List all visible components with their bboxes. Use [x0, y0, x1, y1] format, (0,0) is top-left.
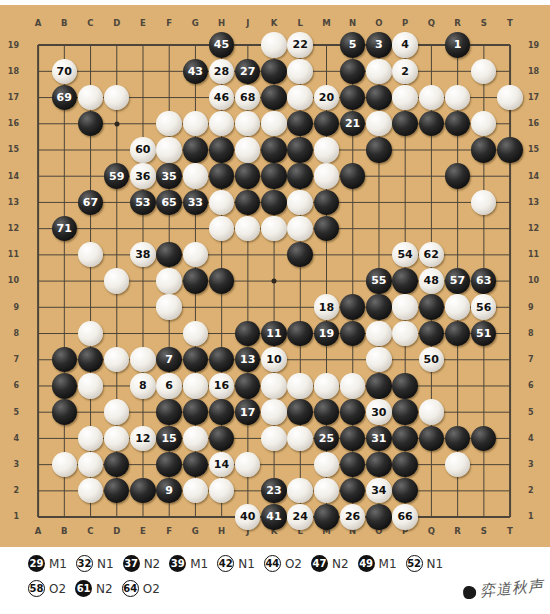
caption-coord: O2 — [143, 582, 160, 596]
caption-coord: N2 — [332, 557, 349, 571]
row-label-11: 11 — [527, 242, 549, 268]
stone-black-R19: 1 — [445, 32, 470, 57]
stone-white-T17 — [497, 85, 522, 110]
col-label-K: K — [261, 16, 287, 30]
caption-move-32: 32N1 — [76, 555, 114, 572]
caption-stone-white-64: 64 — [122, 580, 139, 597]
stone-black-G10 — [183, 268, 208, 293]
col-label-J: J — [235, 16, 261, 30]
move-number-67: 67 — [83, 197, 98, 208]
caption-coord: N2 — [144, 557, 161, 571]
col-label-C: C — [77, 16, 103, 30]
stone-black-D14: 59 — [104, 163, 129, 188]
row-label-17: 17 — [0, 84, 22, 110]
stone-white-K4 — [261, 426, 286, 451]
col-label-B: B — [51, 16, 77, 30]
move-number-63: 63 — [476, 275, 491, 286]
move-number-70: 70 — [57, 66, 72, 77]
stone-white-E4: 12 — [130, 426, 155, 451]
col-label-H: H — [208, 16, 234, 30]
row-label-13: 13 — [0, 189, 22, 215]
row-label-13: 13 — [527, 189, 549, 215]
move-number-43: 43 — [188, 66, 203, 77]
caption-coord: M1 — [190, 557, 208, 571]
col-label-M: M — [313, 16, 339, 30]
col-label-H: H — [208, 524, 234, 538]
col-label-E: E — [130, 524, 156, 538]
row-label-14: 14 — [527, 163, 549, 189]
stone-black-F7: 7 — [156, 347, 181, 372]
move-number-1: 1 — [454, 39, 462, 50]
row-label-12: 12 — [0, 215, 22, 241]
stone-black-O17 — [366, 85, 391, 110]
stone-black-O9 — [366, 294, 391, 319]
row-label-15: 15 — [527, 137, 549, 163]
stone-black-H15 — [209, 137, 234, 162]
stone-black-G5 — [183, 399, 208, 424]
stone-white-L6 — [287, 373, 312, 398]
move-number-17: 17 — [240, 407, 255, 418]
caption-move-42: 42N1 — [217, 555, 255, 572]
caption-move-64: 64O2 — [122, 580, 160, 597]
col-label-P: P — [392, 16, 418, 30]
stone-black-O15 — [366, 137, 391, 162]
row-label-16: 16 — [0, 111, 22, 137]
stone-black-G13: 33 — [183, 190, 208, 215]
stone-white-F10 — [156, 268, 181, 293]
move-number-48: 48 — [424, 275, 439, 286]
go-diagram-page: { "game": "go", "board": { "size": 19, "… — [0, 0, 550, 614]
move-number-71: 71 — [57, 223, 72, 234]
row-label-7: 7 — [0, 347, 22, 373]
move-number-59: 59 — [109, 171, 124, 182]
move-number-10: 10 — [266, 354, 281, 365]
stone-black-S15 — [471, 137, 496, 162]
stone-white-G6 — [183, 373, 208, 398]
stone-white-C6 — [78, 373, 103, 398]
stone-black-F3 — [156, 452, 181, 477]
stone-black-P4 — [392, 426, 417, 451]
caption-move-58: 58O2 — [28, 580, 66, 597]
caption-coord: M1 — [379, 557, 397, 571]
caption-coord: N2 — [96, 582, 113, 596]
row-label-19: 19 — [0, 32, 22, 58]
col-label-Q: Q — [418, 524, 444, 538]
stone-black-N18 — [340, 59, 365, 84]
caption-stone-white-42: 42 — [217, 555, 234, 572]
watermark-seal-icon — [463, 585, 477, 599]
stone-white-F6: 6 — [156, 373, 181, 398]
stone-white-M3 — [314, 452, 339, 477]
stone-black-R4 — [445, 426, 470, 451]
stone-white-B18: 70 — [52, 59, 77, 84]
stone-black-L8 — [287, 321, 312, 346]
move-number-14: 14 — [214, 459, 229, 470]
move-number-6: 6 — [165, 380, 173, 391]
row-label-1: 1 — [0, 504, 22, 530]
row-label-12: 12 — [527, 215, 549, 241]
stone-white-N1: 26 — [340, 504, 365, 529]
caption-stone-white-44: 44 — [264, 555, 281, 572]
row-label-10: 10 — [527, 268, 549, 294]
stone-black-B5 — [52, 399, 77, 424]
stone-black-M8: 19 — [314, 321, 339, 346]
caption-coord: N1 — [427, 557, 444, 571]
caption-move-61: 61N2 — [75, 580, 113, 597]
stone-white-H13 — [209, 190, 234, 215]
stone-white-L2 — [287, 478, 312, 503]
stone-black-O6 — [366, 373, 391, 398]
stone-black-M4: 25 — [314, 426, 339, 451]
move-number-40: 40 — [240, 511, 255, 522]
stone-black-N19: 5 — [340, 32, 365, 57]
stone-black-J6 — [235, 373, 260, 398]
move-number-68: 68 — [240, 92, 255, 103]
stone-black-G3 — [183, 452, 208, 477]
row-label-18: 18 — [527, 58, 549, 84]
row-label-9: 9 — [0, 294, 22, 320]
stone-white-F15 — [156, 137, 181, 162]
col-label-S: S — [471, 524, 497, 538]
move-number-22: 22 — [293, 39, 308, 50]
col-label-G: G — [182, 524, 208, 538]
caption-coord: M1 — [49, 557, 67, 571]
move-number-12: 12 — [135, 433, 150, 444]
stone-black-N4 — [340, 426, 365, 451]
move-number-2: 2 — [401, 66, 409, 77]
row-label-2: 2 — [527, 478, 549, 504]
col-label-Q: Q — [418, 16, 444, 30]
row-labels-right: 19181716151413121110987654321 — [527, 32, 549, 530]
col-label-R: R — [444, 16, 470, 30]
move-number-7: 7 — [165, 354, 173, 365]
stone-white-O8 — [366, 321, 391, 346]
stone-black-Q8 — [419, 321, 444, 346]
caption-coord: O2 — [285, 557, 302, 571]
move-number-57: 57 — [450, 275, 465, 286]
stone-black-Q9 — [419, 294, 444, 319]
caption-stone-black-29: 29 — [28, 555, 45, 572]
col-label-C: C — [77, 524, 103, 538]
move-number-45: 45 — [214, 39, 229, 50]
move-number-62: 62 — [424, 249, 439, 260]
move-number-53: 53 — [135, 197, 150, 208]
stone-white-O7 — [366, 347, 391, 372]
caption-stone-black-49: 49 — [358, 555, 375, 572]
caption-stone-black-47: 47 — [311, 555, 328, 572]
col-label-N: N — [340, 16, 366, 30]
stone-black-O4: 31 — [366, 426, 391, 451]
move-number-38: 38 — [135, 249, 150, 260]
col-label-G: G — [182, 16, 208, 30]
row-labels-left: 19181716151413121110987654321 — [0, 32, 22, 530]
row-label-17: 17 — [527, 84, 549, 110]
stone-black-F2: 9 — [156, 478, 181, 503]
caption-move-52: 52N1 — [406, 555, 444, 572]
row-label-5: 5 — [0, 399, 22, 425]
stone-black-K1: 41 — [261, 504, 286, 529]
stone-black-P10 — [392, 268, 417, 293]
stone-white-O18 — [366, 59, 391, 84]
move-number-8: 8 — [139, 380, 147, 391]
row-label-3: 3 — [527, 451, 549, 477]
caption-coord: O2 — [49, 582, 66, 596]
stone-white-E11: 38 — [130, 242, 155, 267]
stone-black-F11 — [156, 242, 181, 267]
stone-black-K18 — [261, 59, 286, 84]
stone-white-E7 — [130, 347, 155, 372]
stone-white-S9: 56 — [471, 294, 496, 319]
col-label-L: L — [287, 16, 313, 30]
stone-white-N6 — [340, 373, 365, 398]
stone-black-E2 — [130, 478, 155, 503]
row-label-3: 3 — [0, 451, 22, 477]
move-number-15: 15 — [161, 433, 176, 444]
move-number-25: 25 — [319, 433, 334, 444]
stone-white-M17: 20 — [314, 85, 339, 110]
star-point-D16 — [114, 121, 119, 126]
caption-stone-white-32: 32 — [76, 555, 93, 572]
stone-white-L19: 22 — [287, 32, 312, 57]
stone-black-M1 — [314, 504, 339, 529]
stone-white-H18: 28 — [209, 59, 234, 84]
row-label-4: 4 — [0, 425, 22, 451]
move-number-9: 9 — [165, 485, 173, 496]
stone-white-K6 — [261, 373, 286, 398]
stone-white-L4 — [287, 426, 312, 451]
stone-white-Q17 — [419, 85, 444, 110]
move-number-30: 30 — [371, 407, 386, 418]
col-label-T: T — [497, 16, 523, 30]
stone-white-G4 — [183, 426, 208, 451]
move-number-66: 66 — [397, 511, 412, 522]
move-number-34: 34 — [371, 485, 386, 496]
caption-move-47: 47N2 — [311, 555, 349, 572]
stone-black-G18: 43 — [183, 59, 208, 84]
move-number-65: 65 — [161, 197, 176, 208]
move-number-50: 50 — [424, 354, 439, 365]
caption-coord: N1 — [238, 557, 255, 571]
row-label-16: 16 — [527, 111, 549, 137]
caption-stone-black-61: 61 — [75, 580, 92, 597]
stone-white-B3 — [52, 452, 77, 477]
stone-white-P11: 54 — [392, 242, 417, 267]
move-number-56: 56 — [476, 302, 491, 313]
move-number-4: 4 — [401, 39, 409, 50]
caption-move-49: 49M1 — [358, 555, 397, 572]
stone-white-L17 — [287, 85, 312, 110]
stone-white-D10 — [104, 268, 129, 293]
caption-move-37: 37N2 — [123, 555, 161, 572]
stone-black-L5 — [287, 399, 312, 424]
move-number-18: 18 — [319, 302, 334, 313]
move-number-28: 28 — [214, 66, 229, 77]
move-number-55: 55 — [371, 275, 386, 286]
stone-white-K12 — [261, 216, 286, 241]
move-number-51: 51 — [476, 328, 491, 339]
row-label-1: 1 — [527, 504, 549, 530]
row-label-2: 2 — [0, 478, 22, 504]
col-label-D: D — [104, 16, 130, 30]
row-label-9: 9 — [527, 294, 549, 320]
stone-black-N14 — [340, 163, 365, 188]
move-number-41: 41 — [266, 511, 281, 522]
move-number-11: 11 — [266, 328, 281, 339]
caption-move-44: 44O2 — [264, 555, 302, 572]
stone-white-K16 — [261, 111, 286, 136]
stone-black-S10: 63 — [471, 268, 496, 293]
move-number-26: 26 — [345, 511, 360, 522]
stone-white-Q5 — [419, 399, 444, 424]
stone-white-K7: 10 — [261, 347, 286, 372]
stone-black-R10: 57 — [445, 268, 470, 293]
col-label-D: D — [104, 524, 130, 538]
stone-white-K19 — [261, 32, 286, 57]
stone-white-L13 — [287, 190, 312, 215]
row-label-19: 19 — [527, 32, 549, 58]
stone-white-J15 — [235, 137, 260, 162]
row-label-10: 10 — [0, 268, 22, 294]
caption-stone-black-37: 37 — [123, 555, 140, 572]
stone-black-P5 — [392, 399, 417, 424]
stone-white-P17 — [392, 85, 417, 110]
col-label-O: O — [366, 16, 392, 30]
move-number-33: 33 — [188, 197, 203, 208]
stone-white-M6 — [314, 373, 339, 398]
stone-black-K2: 23 — [261, 478, 286, 503]
stone-white-C4 — [78, 426, 103, 451]
stone-black-K15 — [261, 137, 286, 162]
move-number-24: 24 — [293, 511, 308, 522]
stone-black-F13: 65 — [156, 190, 181, 215]
stone-black-N9 — [340, 294, 365, 319]
move-number-23: 23 — [266, 485, 281, 496]
stone-black-J14 — [235, 163, 260, 188]
stone-black-B17: 69 — [52, 85, 77, 110]
stone-black-B12: 71 — [52, 216, 77, 241]
caption-move-29: 29M1 — [28, 555, 67, 572]
stone-black-K8: 11 — [261, 321, 286, 346]
row-label-8: 8 — [0, 320, 22, 346]
move-number-36: 36 — [135, 171, 150, 182]
col-label-A: A — [25, 524, 51, 538]
row-label-6: 6 — [527, 373, 549, 399]
col-label-F: F — [156, 524, 182, 538]
stone-black-F5 — [156, 399, 181, 424]
caption-stone-white-58: 58 — [28, 580, 45, 597]
row-label-5: 5 — [527, 399, 549, 425]
stone-white-L12 — [287, 216, 312, 241]
stone-black-H19: 45 — [209, 32, 234, 57]
row-label-6: 6 — [0, 373, 22, 399]
move-number-5: 5 — [349, 39, 357, 50]
stone-black-L14 — [287, 163, 312, 188]
col-label-T: T — [497, 524, 523, 538]
stone-white-R9 — [445, 294, 470, 319]
row-label-8: 8 — [527, 320, 549, 346]
move-number-20: 20 — [319, 92, 334, 103]
stone-white-M14 — [314, 163, 339, 188]
stone-black-Q4 — [419, 426, 444, 451]
move-number-54: 54 — [397, 249, 412, 260]
col-label-R: R — [444, 524, 470, 538]
stone-black-H5 — [209, 399, 234, 424]
stone-black-M13 — [314, 190, 339, 215]
move-number-27: 27 — [240, 66, 255, 77]
stone-black-P3 — [392, 452, 417, 477]
stone-white-P8 — [392, 321, 417, 346]
col-label-E: E — [130, 16, 156, 30]
stone-white-L18 — [287, 59, 312, 84]
caption-stone-white-52: 52 — [406, 555, 423, 572]
stone-black-M5 — [314, 399, 339, 424]
stone-white-G8 — [183, 321, 208, 346]
caption-line-2: 58O261N264O2 — [28, 580, 169, 597]
stone-white-O5: 30 — [366, 399, 391, 424]
stone-black-J5: 17 — [235, 399, 260, 424]
stone-white-G14 — [183, 163, 208, 188]
move-number-13: 13 — [240, 354, 255, 365]
column-labels-top: ABCDEFGHJKLMNOPQRST — [25, 16, 523, 30]
stone-black-K17 — [261, 85, 286, 110]
row-label-11: 11 — [0, 242, 22, 268]
stone-black-O1 — [366, 504, 391, 529]
stone-white-P19: 4 — [392, 32, 417, 57]
star-point-K10 — [271, 278, 276, 283]
stone-white-Q10: 48 — [419, 268, 444, 293]
stone-white-C17 — [78, 85, 103, 110]
stone-black-H10 — [209, 268, 234, 293]
stone-black-G15 — [183, 137, 208, 162]
stone-black-O3 — [366, 452, 391, 477]
move-number-35: 35 — [161, 171, 176, 182]
row-label-15: 15 — [0, 137, 22, 163]
caption-stone-black-39: 39 — [169, 555, 186, 572]
stone-white-O2: 34 — [366, 478, 391, 503]
stone-black-H14 — [209, 163, 234, 188]
stone-white-F9 — [156, 294, 181, 319]
col-label-F: F — [156, 16, 182, 30]
stone-black-K14 — [261, 163, 286, 188]
caption-area: 29M132N137N239M142N144O247N249M152N1 58O… — [0, 549, 550, 614]
stone-white-D5 — [104, 399, 129, 424]
row-label-14: 14 — [0, 163, 22, 189]
move-number-21: 21 — [345, 118, 360, 129]
stone-black-L15 — [287, 137, 312, 162]
col-label-B: B — [51, 524, 77, 538]
stone-black-H4 — [209, 426, 234, 451]
stone-black-P2 — [392, 478, 417, 503]
row-label-18: 18 — [0, 58, 22, 84]
stone-white-L1: 24 — [287, 504, 312, 529]
move-number-19: 19 — [319, 328, 334, 339]
move-number-31: 31 — [371, 433, 386, 444]
stone-white-E6: 8 — [130, 373, 155, 398]
stone-black-K13 — [261, 190, 286, 215]
stone-white-O16 — [366, 111, 391, 136]
stone-black-B7 — [52, 347, 77, 372]
caption-line-1: 29M132N137N239M142N144O247N249M152N1 — [28, 555, 452, 572]
stone-black-O10: 55 — [366, 268, 391, 293]
stone-black-F14: 35 — [156, 163, 181, 188]
stone-black-L16 — [287, 111, 312, 136]
board-grid: 4522534170432827269466820216059363567536… — [25, 32, 523, 530]
stone-white-M15 — [314, 137, 339, 162]
stone-white-E15: 60 — [130, 137, 155, 162]
stone-black-E13: 53 — [130, 190, 155, 215]
stone-black-P6 — [392, 373, 417, 398]
stone-black-P16 — [392, 111, 417, 136]
